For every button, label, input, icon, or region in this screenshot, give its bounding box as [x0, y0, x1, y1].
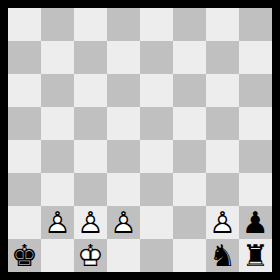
- square-f1[interactable]: [173, 239, 206, 272]
- piece-white-pawn: ♟♙: [41, 206, 74, 239]
- square-b6[interactable]: [41, 74, 74, 107]
- square-g5[interactable]: [206, 107, 239, 140]
- square-a3[interactable]: [8, 173, 41, 206]
- square-f5[interactable]: [173, 107, 206, 140]
- square-d3[interactable]: [107, 173, 140, 206]
- square-b7[interactable]: [41, 41, 74, 74]
- square-e7[interactable]: [140, 41, 173, 74]
- chess-board-frame: ♟♙♟♙♟♙♟♙♟♚♚♔♞♜: [0, 0, 280, 280]
- square-b8[interactable]: [41, 8, 74, 41]
- piece-black-pawn: ♟: [239, 206, 272, 239]
- piece-black-rook: ♜: [239, 239, 272, 272]
- square-c7[interactable]: [74, 41, 107, 74]
- square-e8[interactable]: [140, 8, 173, 41]
- chess-board: ♟♙♟♙♟♙♟♙♟♚♚♔♞♜: [8, 8, 272, 272]
- square-h2[interactable]: ♟: [239, 206, 272, 239]
- square-e2[interactable]: [140, 206, 173, 239]
- square-a6[interactable]: [8, 74, 41, 107]
- square-c4[interactable]: [74, 140, 107, 173]
- square-f6[interactable]: [173, 74, 206, 107]
- piece-white-king: ♚♔: [74, 239, 107, 272]
- square-b2[interactable]: ♟♙: [41, 206, 74, 239]
- square-d4[interactable]: [107, 140, 140, 173]
- square-a8[interactable]: [8, 8, 41, 41]
- piece-black-king: ♚: [8, 239, 41, 272]
- square-b5[interactable]: [41, 107, 74, 140]
- square-c1[interactable]: ♚♔: [74, 239, 107, 272]
- square-b4[interactable]: [41, 140, 74, 173]
- square-f4[interactable]: [173, 140, 206, 173]
- square-h4[interactable]: [239, 140, 272, 173]
- square-g1[interactable]: ♞: [206, 239, 239, 272]
- square-d6[interactable]: [107, 74, 140, 107]
- square-a4[interactable]: [8, 140, 41, 173]
- square-c8[interactable]: [74, 8, 107, 41]
- square-h3[interactable]: [239, 173, 272, 206]
- piece-white-pawn: ♟♙: [206, 206, 239, 239]
- square-a7[interactable]: [8, 41, 41, 74]
- square-c2[interactable]: ♟♙: [74, 206, 107, 239]
- square-g8[interactable]: [206, 8, 239, 41]
- square-h7[interactable]: [239, 41, 272, 74]
- piece-white-pawn: ♟♙: [74, 206, 107, 239]
- square-d2[interactable]: ♟♙: [107, 206, 140, 239]
- square-c5[interactable]: [74, 107, 107, 140]
- square-b1[interactable]: [41, 239, 74, 272]
- square-c3[interactable]: [74, 173, 107, 206]
- square-e6[interactable]: [140, 74, 173, 107]
- square-e3[interactable]: [140, 173, 173, 206]
- square-a2[interactable]: [8, 206, 41, 239]
- square-g7[interactable]: [206, 41, 239, 74]
- square-h8[interactable]: [239, 8, 272, 41]
- piece-white-pawn: ♟♙: [107, 206, 140, 239]
- square-f3[interactable]: [173, 173, 206, 206]
- square-c6[interactable]: [74, 74, 107, 107]
- square-g3[interactable]: [206, 173, 239, 206]
- square-f2[interactable]: [173, 206, 206, 239]
- piece-black-knight: ♞: [206, 239, 239, 272]
- square-d7[interactable]: [107, 41, 140, 74]
- square-a1[interactable]: ♚: [8, 239, 41, 272]
- square-d5[interactable]: [107, 107, 140, 140]
- square-e5[interactable]: [140, 107, 173, 140]
- square-e4[interactable]: [140, 140, 173, 173]
- square-h1[interactable]: ♜: [239, 239, 272, 272]
- square-b3[interactable]: [41, 173, 74, 206]
- square-a5[interactable]: [8, 107, 41, 140]
- square-d1[interactable]: [107, 239, 140, 272]
- square-g4[interactable]: [206, 140, 239, 173]
- square-d8[interactable]: [107, 8, 140, 41]
- square-e1[interactable]: [140, 239, 173, 272]
- square-f7[interactable]: [173, 41, 206, 74]
- square-f8[interactable]: [173, 8, 206, 41]
- square-h6[interactable]: [239, 74, 272, 107]
- square-g6[interactable]: [206, 74, 239, 107]
- square-g2[interactable]: ♟♙: [206, 206, 239, 239]
- square-h5[interactable]: [239, 107, 272, 140]
